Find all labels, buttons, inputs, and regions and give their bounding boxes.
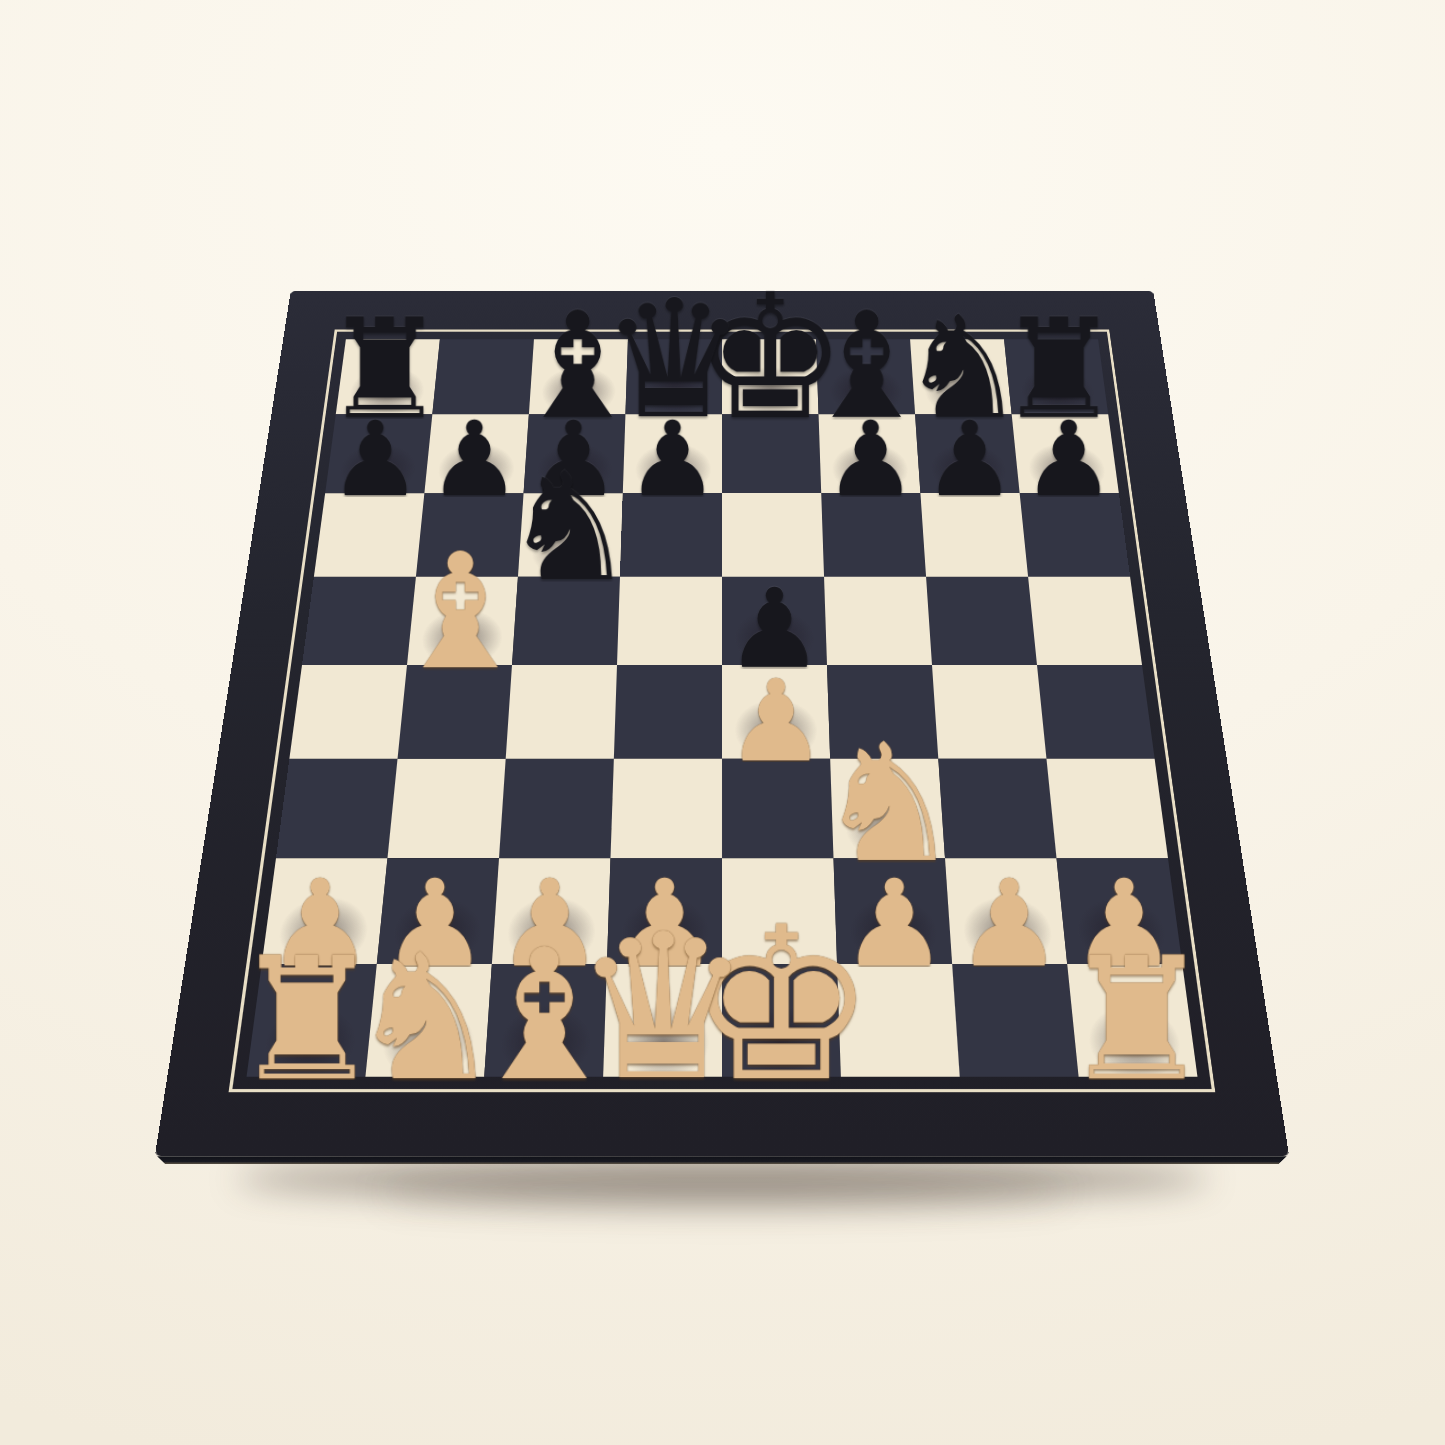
square-h1[interactable]: ♜ [1067, 964, 1197, 1077]
square-h4[interactable] [1037, 665, 1155, 759]
square-h3[interactable] [1046, 759, 1168, 858]
square-f3[interactable]: ♞ [830, 759, 945, 858]
square-c3[interactable] [499, 759, 614, 858]
square-b1[interactable]: ♞ [365, 964, 491, 1077]
photo-backdrop: ♜♝♛♚♝♞♜♟♟♟♟♟♟♟♞♝♟♟♞♟♟♟♟♟♟♟♜♞♝♛♚♜ [0, 0, 1445, 1445]
black-pawn-h7[interactable]: ♟ [960, 407, 1178, 511]
square-g6[interactable] [920, 493, 1028, 576]
square-h5[interactable] [1028, 577, 1142, 665]
board-grid: ♜♝♛♚♝♞♜♟♟♟♟♟♟♟♞♝♟♟♞♟♟♟♟♟♟♟♜♞♝♛♚♜ [247, 339, 1198, 1076]
square-d3[interactable] [610, 759, 722, 858]
square-b3[interactable] [387, 759, 505, 858]
chessboard-scene: ♜♝♛♚♝♞♜♟♟♟♟♟♟♟♞♝♟♟♞♟♟♟♟♟♟♟♜♞♝♛♚♜ [0, 0, 1445, 1445]
white-knight-b1[interactable]: ♞ [295, 931, 556, 1105]
square-h7[interactable]: ♟ [1012, 414, 1119, 493]
square-h6[interactable] [1020, 493, 1130, 576]
square-f6[interactable] [821, 493, 926, 576]
square-b4[interactable] [398, 665, 512, 759]
square-g5[interactable] [926, 577, 1037, 665]
square-a4[interactable] [289, 665, 407, 759]
square-e5[interactable]: ♟ [722, 577, 827, 665]
board-front-edge [157, 1156, 1287, 1164]
white-rook-h1[interactable]: ♜ [1006, 935, 1267, 1104]
square-b5[interactable]: ♝ [407, 577, 518, 665]
square-a3[interactable] [276, 759, 398, 858]
chessboard: ♜♝♛♚♝♞♜♟♟♟♟♟♟♟♞♝♟♟♞♟♟♟♟♟♟♟♜♞♝♛♚♜ [155, 291, 1289, 1156]
square-c4[interactable] [506, 665, 617, 759]
